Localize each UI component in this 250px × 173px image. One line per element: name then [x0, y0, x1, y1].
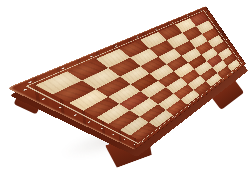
chessboard-photo [0, 0, 250, 173]
chess-board [7, 6, 246, 150]
